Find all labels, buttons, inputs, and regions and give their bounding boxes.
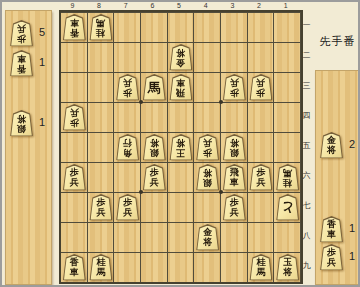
shogi-piece[interactable]: 歩兵 — [249, 74, 272, 100]
piece-kanji: 香車 — [70, 18, 79, 37]
piece-kanji: 歩兵 — [96, 198, 105, 217]
piece-kanji: 桂馬 — [283, 168, 292, 187]
shogi-piece[interactable]: 王将 — [169, 134, 192, 160]
hand-count: 2 — [349, 138, 355, 150]
shogi-piece[interactable]: 飛車 — [169, 74, 192, 100]
piece-kanji: 歩兵 — [256, 78, 265, 97]
piece-kanji: 角行 — [123, 138, 132, 157]
rank-label: 七 — [300, 190, 313, 220]
file-label: 1 — [272, 2, 299, 10]
shogi-piece[interactable]: 歩兵 — [249, 164, 272, 190]
file-label: 5 — [166, 2, 193, 10]
shogi-piece[interactable]: 歩兵 — [89, 194, 112, 220]
piece-kanji: 歩兵 — [230, 78, 239, 97]
file-label: 9 — [59, 2, 86, 10]
piece-kanji: 歩兵 — [203, 138, 212, 157]
shogi-board[interactable]: 香車 桂馬 金将 歩兵 馬 飛車 — [59, 10, 303, 284]
piece-kanji: 金将 — [176, 48, 185, 67]
gote-hand-tray: 歩兵 5 香車 1 銀将 1 — [5, 10, 52, 285]
rank-label: 三 — [300, 70, 313, 100]
shogi-piece[interactable]: 角行 — [116, 134, 139, 160]
piece-kanji: 歩兵 — [17, 24, 26, 43]
piece-kanji: 王将 — [176, 138, 185, 157]
shogi-piece[interactable]: 銀将 — [143, 134, 166, 160]
piece-kanji: 飛車 — [176, 78, 185, 97]
rank-label: 八 — [300, 220, 313, 250]
file-label: 7 — [112, 2, 139, 10]
hoshi-dot — [139, 190, 143, 194]
shogi-piece[interactable]: 飛車 — [223, 164, 246, 190]
shogi-piece[interactable]: 桂馬 — [276, 164, 299, 190]
shogi-diagram: 歩兵 5 香車 1 銀将 1 987654321 香車 桂馬 — [0, 0, 360, 287]
piece-kanji: 馬 — [148, 81, 161, 95]
piece-kanji: 金将 — [327, 136, 336, 155]
piece-kanji: 歩兵 — [256, 168, 265, 187]
piece-kanji: 銀将 — [17, 114, 26, 133]
piece-kanji: 銀将 — [230, 138, 239, 157]
file-label: 6 — [139, 2, 166, 10]
piece-kanji: 歩兵 — [123, 78, 132, 97]
shogi-piece[interactable]: 金将 — [320, 132, 343, 158]
sente-hand-tray: 金将 2 香車 1 歩兵 1 — [315, 70, 360, 285]
hoshi-dot — [219, 100, 223, 104]
hand-item: 香車 1 — [9, 49, 49, 77]
shogi-piece[interactable]: 歩兵 — [320, 244, 343, 270]
piece-kanji: 桂馬 — [96, 258, 105, 277]
hand-count: 1 — [39, 116, 45, 128]
rank-label: 四 — [300, 100, 313, 130]
rank-label: 二 — [300, 40, 313, 70]
piece-kanji: 金将 — [203, 228, 212, 247]
shogi-piece[interactable]: 銀将 — [10, 110, 33, 136]
piece-kanji: 香車 — [70, 258, 79, 277]
piece-kanji: 銀将 — [203, 168, 212, 187]
shogi-piece[interactable]: 銀将 — [196, 164, 219, 190]
hand-count: 1 — [349, 222, 355, 234]
hand-item: 歩兵 5 — [9, 19, 49, 47]
hand-count: 1 — [349, 250, 355, 262]
shogi-piece[interactable]: 歩兵 — [143, 164, 166, 190]
shogi-piece[interactable]: 歩兵 — [116, 194, 139, 220]
shogi-piece[interactable]: 歩兵 — [63, 164, 86, 190]
hand-item: 銀将 1 — [9, 109, 49, 137]
rank-label: 五 — [300, 130, 313, 160]
shogi-piece[interactable]: 歩兵 — [223, 194, 246, 220]
piece-kanji: 飛車 — [230, 168, 239, 187]
piece-kanji: 桂馬 — [256, 258, 265, 277]
piece-kanji: 銀将 — [150, 138, 159, 157]
file-label: 8 — [86, 2, 113, 10]
piece-kanji: 玉将 — [283, 258, 292, 277]
piece-kanji: 歩兵 — [70, 168, 79, 187]
hoshi-dot — [139, 100, 143, 104]
shogi-piece[interactable]: 金将 — [169, 44, 192, 70]
shogi-piece[interactable]: 金将 — [196, 224, 219, 250]
shogi-piece[interactable]: 香車 — [63, 254, 86, 280]
rank-label: 九 — [300, 250, 313, 280]
shogi-piece[interactable]: 桂馬 — [89, 14, 112, 40]
rank-label: 六 — [300, 160, 313, 190]
piece-kanji: 桂馬 — [96, 18, 105, 37]
shogi-piece[interactable]: 歩兵 — [10, 20, 33, 46]
shogi-piece[interactable]: と — [276, 194, 299, 220]
shogi-piece[interactable]: 銀将 — [223, 134, 246, 160]
file-label: 4 — [192, 2, 219, 10]
hand-item: 歩兵 1 — [319, 243, 359, 271]
shogi-piece[interactable]: 玉将 — [276, 254, 299, 280]
shogi-piece[interactable]: 歩兵 — [116, 74, 139, 100]
piece-kanji: 香車 — [327, 220, 336, 239]
shogi-piece[interactable]: 馬 — [143, 74, 166, 100]
piece-kanji: 歩兵 — [327, 248, 336, 267]
hand-count: 1 — [39, 56, 45, 68]
file-label: 3 — [219, 2, 246, 10]
shogi-piece[interactable]: 歩兵 — [63, 104, 86, 130]
shogi-piece[interactable]: 桂馬 — [249, 254, 272, 280]
shogi-piece[interactable]: 桂馬 — [89, 254, 112, 280]
hand-item: 金将 2 — [319, 131, 359, 159]
shogi-piece[interactable]: 香車 — [320, 216, 343, 242]
piece-kanji: 歩兵 — [70, 108, 79, 127]
piece-kanji: 歩兵 — [150, 168, 159, 187]
shogi-piece[interactable]: 香車 — [10, 50, 33, 76]
rank-label: 一 — [300, 10, 313, 40]
turn-indicator: 先手番 — [313, 34, 360, 49]
hand-item: 香車 1 — [319, 215, 359, 243]
shogi-piece[interactable]: 歩兵 — [196, 134, 219, 160]
shogi-piece[interactable]: 歩兵 — [223, 74, 246, 100]
piece-kanji: 歩兵 — [230, 198, 239, 217]
hand-count: 5 — [39, 26, 45, 38]
piece-kanji: 歩兵 — [123, 198, 132, 217]
piece-kanji: と — [281, 201, 294, 215]
rank-labels: 一二三四五六七八九 — [300, 10, 313, 280]
shogi-piece[interactable]: 香車 — [63, 14, 86, 40]
file-label: 2 — [246, 2, 273, 10]
piece-kanji: 香車 — [17, 54, 26, 73]
file-labels: 987654321 — [59, 2, 299, 10]
